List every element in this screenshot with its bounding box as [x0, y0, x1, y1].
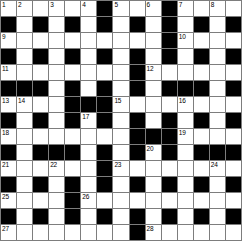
white-cell-r1c1[interactable]: 1	[1, 1, 16, 16]
white-cell-r1c15[interactable]	[226, 1, 241, 16]
white-cell-r9c1[interactable]: 18	[1, 129, 16, 144]
white-cell-r13c12[interactable]	[178, 193, 193, 208]
white-cell-r13c14[interactable]	[210, 193, 225, 208]
black-cell-r14c5	[65, 209, 80, 224]
white-cell-r9c2[interactable]	[17, 129, 32, 144]
white-cell-r5c12[interactable]	[178, 65, 193, 80]
white-cell-r4c8[interactable]	[113, 49, 128, 64]
white-cell-r15c6[interactable]	[81, 225, 96, 240]
white-cell-r9c12[interactable]: 19	[178, 129, 193, 144]
white-cell-r1c14[interactable]: 8	[210, 1, 225, 16]
clue-number-2: 2	[18, 1, 21, 9]
black-cell-r4c7	[97, 49, 112, 64]
white-cell-r15c15[interactable]	[226, 225, 241, 240]
black-cell-r10c14	[210, 145, 225, 160]
white-cell-r14c12[interactable]	[178, 209, 193, 224]
clue-number-24: 24	[211, 161, 218, 169]
white-cell-r12c4[interactable]	[49, 177, 64, 192]
white-cell-r11c12[interactable]	[178, 161, 193, 176]
clue-number-20: 20	[147, 145, 154, 153]
black-cell-r12c15	[226, 177, 241, 192]
black-cell-r14c11	[162, 209, 177, 224]
white-cell-r7c4[interactable]	[49, 97, 64, 112]
black-cell-r6c7	[97, 81, 112, 96]
black-cell-r10c11	[162, 145, 177, 160]
white-cell-r1c5[interactable]	[65, 1, 80, 16]
black-cell-r10c15	[226, 145, 241, 160]
white-cell-r11c11[interactable]	[162, 161, 177, 176]
white-cell-r13c4[interactable]	[49, 193, 64, 208]
black-cell-r2c7	[97, 17, 112, 32]
clue-number-3: 3	[50, 1, 53, 9]
clue-number-17: 17	[82, 113, 89, 121]
white-cell-r9c6[interactable]	[81, 129, 96, 144]
black-cell-r4c15	[226, 49, 241, 64]
white-cell-r11c6[interactable]	[81, 161, 96, 176]
white-cell-r6c14[interactable]	[210, 81, 225, 96]
white-cell-r10c12[interactable]	[178, 145, 193, 160]
white-cell-r6c4[interactable]	[49, 81, 64, 96]
black-cell-r1c7	[97, 1, 112, 16]
white-cell-r7c1[interactable]: 13	[1, 97, 16, 112]
black-cell-r7c6	[81, 97, 96, 112]
white-cell-r7c2[interactable]: 14	[17, 97, 32, 112]
white-cell-r12c6[interactable]	[81, 177, 96, 192]
white-cell-r15c12[interactable]	[178, 225, 193, 240]
white-cell-r6c8[interactable]	[113, 81, 128, 96]
black-cell-r8c7	[97, 113, 112, 128]
clue-number-9: 9	[2, 33, 5, 41]
black-cell-r12c7	[97, 177, 112, 192]
white-cell-r2c2[interactable]	[17, 17, 32, 32]
black-cell-r4c5	[65, 49, 80, 64]
white-cell-r1c3[interactable]	[33, 1, 48, 16]
white-cell-r9c13[interactable]	[194, 129, 209, 144]
white-cell-r12c14[interactable]	[210, 177, 225, 192]
white-cell-r9c14[interactable]	[210, 129, 225, 144]
white-cell-r9c3[interactable]	[33, 129, 48, 144]
black-cell-r8c3	[33, 113, 48, 128]
white-cell-r5c13[interactable]	[194, 65, 209, 80]
black-cell-r8c1	[1, 113, 16, 128]
white-cell-r1c4[interactable]: 3	[49, 1, 64, 16]
clue-number-15: 15	[114, 97, 121, 105]
white-cell-r5c8[interactable]	[113, 65, 128, 80]
black-cell-r14c7	[97, 209, 112, 224]
white-cell-r11c8[interactable]: 23	[113, 161, 128, 176]
white-cell-r5c14[interactable]	[210, 65, 225, 80]
black-cell-r6c13	[194, 81, 209, 96]
white-cell-r13c2[interactable]	[17, 193, 32, 208]
black-cell-r12c1	[1, 177, 16, 192]
clue-number-21: 21	[2, 161, 9, 169]
white-cell-r14c14[interactable]	[210, 209, 225, 224]
black-cell-r2c13	[194, 17, 209, 32]
white-cell-r10c10[interactable]: 20	[146, 145, 161, 160]
white-cell-r4c2[interactable]	[17, 49, 32, 64]
white-cell-r15c3[interactable]	[33, 225, 48, 240]
white-cell-r1c6[interactable]: 4	[81, 1, 96, 16]
white-cell-r14c4[interactable]	[49, 209, 64, 224]
white-cell-r13c15[interactable]	[226, 193, 241, 208]
black-cell-r14c3	[33, 209, 48, 224]
white-cell-r4c12[interactable]	[178, 49, 193, 64]
white-cell-r13c13[interactable]	[194, 193, 209, 208]
black-cell-r4c9	[130, 49, 145, 64]
black-cell-r5c9	[130, 65, 145, 80]
white-cell-r14c10[interactable]	[146, 209, 161, 224]
clue-number-25: 25	[2, 193, 9, 201]
clue-number-18: 18	[2, 129, 9, 137]
white-cell-r4c6[interactable]	[81, 49, 96, 64]
white-cell-r5c7[interactable]	[97, 65, 112, 80]
white-cell-r3c4[interactable]	[49, 33, 64, 48]
black-cell-r7c5	[65, 97, 80, 112]
clue-number-6: 6	[147, 1, 150, 9]
clue-number-14: 14	[18, 97, 25, 105]
white-cell-r13c6[interactable]: 26	[81, 193, 96, 208]
white-cell-r8c14[interactable]	[210, 113, 225, 128]
white-cell-r6c10[interactable]	[146, 81, 161, 96]
white-cell-r7c13[interactable]	[194, 97, 209, 112]
white-cell-r8c4[interactable]	[49, 113, 64, 128]
white-cell-r7c10[interactable]	[146, 97, 161, 112]
white-cell-r15c4[interactable]	[49, 225, 64, 240]
clue-number-5: 5	[114, 1, 117, 9]
black-cell-r8c5	[65, 113, 80, 128]
black-cell-r12c9	[130, 177, 145, 192]
white-cell-r15c14[interactable]	[210, 225, 225, 240]
white-cell-r15c13[interactable]	[194, 225, 209, 240]
black-cell-r6c9	[130, 81, 145, 96]
white-cell-r8c8[interactable]	[113, 113, 128, 128]
black-cell-r8c9	[130, 113, 145, 128]
white-cell-r5c6[interactable]	[81, 65, 96, 80]
white-cell-r8c6[interactable]: 17	[81, 113, 96, 128]
clue-number-8: 8	[211, 1, 214, 9]
white-cell-r7c11[interactable]	[162, 97, 177, 112]
white-cell-r9c5[interactable]	[65, 129, 80, 144]
clue-number-27: 27	[2, 225, 9, 233]
white-cell-r3c10[interactable]	[146, 33, 161, 48]
black-cell-r12c13	[194, 177, 209, 192]
white-cell-r4c14[interactable]	[210, 49, 225, 64]
white-cell-r15c7[interactable]	[97, 225, 112, 240]
black-cell-r14c9	[130, 209, 145, 224]
white-cell-r3c13[interactable]	[194, 33, 209, 48]
black-cell-r10c1	[1, 145, 16, 160]
black-cell-r2c15	[226, 17, 241, 32]
clue-number-19: 19	[179, 129, 186, 137]
black-cell-r4c3	[33, 49, 48, 64]
black-cell-r9c11	[162, 129, 177, 144]
white-cell-r1c13[interactable]	[194, 1, 209, 16]
clue-number-13: 13	[2, 97, 9, 105]
white-cell-r4c10[interactable]	[146, 49, 161, 64]
clue-number-1: 1	[2, 1, 5, 9]
white-cell-r11c14[interactable]: 24	[210, 161, 225, 176]
white-cell-r11c15[interactable]	[226, 161, 241, 176]
white-cell-r13c1[interactable]: 25	[1, 193, 16, 208]
black-cell-r10c7	[97, 145, 112, 160]
white-cell-r11c4[interactable]: 22	[49, 161, 64, 176]
white-cell-r2c14[interactable]	[210, 17, 225, 32]
white-cell-r3c14[interactable]	[210, 33, 225, 48]
black-cell-r14c1	[1, 209, 16, 224]
black-cell-r8c15	[226, 113, 241, 128]
white-cell-r2c4[interactable]	[49, 17, 64, 32]
black-cell-r4c1	[1, 49, 16, 64]
clue-number-16: 16	[179, 97, 186, 105]
white-cell-r14c6[interactable]	[81, 209, 96, 224]
black-cell-r1c11	[162, 1, 177, 16]
white-cell-r7c15[interactable]	[226, 97, 241, 112]
black-cell-r13c5	[65, 193, 80, 208]
white-cell-r11c9[interactable]	[130, 161, 145, 176]
black-cell-r2c11	[162, 17, 177, 32]
clue-number-4: 4	[82, 1, 85, 9]
white-cell-r13c11[interactable]	[162, 193, 177, 208]
black-cell-r2c5	[65, 17, 80, 32]
white-cell-r11c13[interactable]	[194, 161, 209, 176]
clue-number-11: 11	[2, 65, 8, 73]
black-cell-r11c7	[97, 161, 112, 176]
white-cell-r10c8[interactable]	[113, 145, 128, 160]
white-cell-r1c12[interactable]: 7	[178, 1, 193, 16]
white-cell-r12c8[interactable]	[113, 177, 128, 192]
white-cell-r5c3[interactable]	[33, 65, 48, 80]
white-cell-r12c2[interactable]	[17, 177, 32, 192]
white-cell-r13c10[interactable]	[146, 193, 161, 208]
black-cell-r6c1	[1, 81, 16, 96]
black-cell-r10c4	[49, 145, 64, 160]
white-cell-r9c15[interactable]	[226, 129, 241, 144]
black-cell-r10c13	[194, 145, 209, 160]
white-cell-r5c5[interactable]	[65, 65, 80, 80]
black-cell-r6c15	[226, 81, 241, 96]
white-cell-r15c2[interactable]	[17, 225, 32, 240]
crossword-page: 1234567891011121314151617181920212223242…	[0, 0, 242, 241]
white-cell-r7c8[interactable]: 15	[113, 97, 128, 112]
crossword-grid: 1234567891011121314151617181920212223242…	[0, 0, 242, 241]
black-cell-r8c11	[162, 113, 177, 128]
white-cell-r13c9[interactable]	[130, 193, 145, 208]
white-cell-r13c7[interactable]	[97, 193, 112, 208]
white-cell-r6c6[interactable]	[81, 81, 96, 96]
white-cell-r9c7[interactable]	[97, 129, 112, 144]
black-cell-r6c2	[17, 81, 32, 96]
white-cell-r8c2[interactable]	[17, 113, 32, 128]
black-cell-r6c12	[178, 81, 193, 96]
white-cell-r10c2[interactable]	[17, 145, 32, 160]
white-cell-r1c2[interactable]: 2	[17, 1, 32, 16]
black-cell-r10c5	[65, 145, 80, 160]
white-cell-r5c4[interactable]	[49, 65, 64, 80]
white-cell-r2c8[interactable]	[113, 17, 128, 32]
black-cell-r10c3	[33, 145, 48, 160]
white-cell-r3c15[interactable]	[226, 33, 241, 48]
black-cell-r4c11	[162, 49, 177, 64]
clue-number-12: 12	[147, 65, 154, 73]
white-cell-r3c12[interactable]: 10	[178, 33, 193, 48]
white-cell-r15c8[interactable]	[113, 225, 128, 240]
white-cell-r13c3[interactable]	[33, 193, 48, 208]
white-cell-r7c12[interactable]: 16	[178, 97, 193, 112]
clue-number-28: 28	[147, 225, 154, 233]
black-cell-r14c15	[226, 209, 241, 224]
black-cell-r6c3	[33, 81, 48, 96]
clue-number-22: 22	[50, 161, 57, 169]
white-cell-r14c8[interactable]	[113, 209, 128, 224]
white-cell-r7c14[interactable]	[210, 97, 225, 112]
white-cell-r15c5[interactable]	[65, 225, 80, 240]
black-cell-r12c11	[162, 177, 177, 192]
white-cell-r2c6[interactable]	[81, 17, 96, 32]
white-cell-r5c2[interactable]	[17, 65, 32, 80]
white-cell-r7c9[interactable]	[130, 97, 145, 112]
white-cell-r9c4[interactable]	[49, 129, 64, 144]
white-cell-r1c9[interactable]	[130, 1, 145, 16]
white-cell-r3c3[interactable]	[33, 33, 48, 48]
black-cell-r12c3	[33, 177, 48, 192]
white-cell-r2c10[interactable]	[146, 17, 161, 32]
black-cell-r15c9	[130, 225, 145, 240]
white-cell-r9c8[interactable]	[113, 129, 128, 144]
clue-number-23: 23	[114, 161, 121, 169]
white-cell-r14c2[interactable]	[17, 209, 32, 224]
white-cell-r11c10[interactable]	[146, 161, 161, 176]
white-cell-r3c5[interactable]	[65, 33, 80, 48]
white-cell-r8c10[interactable]	[146, 113, 161, 128]
clue-number-10: 10	[179, 33, 186, 41]
white-cell-r3c2[interactable]	[17, 33, 32, 48]
white-cell-r3c8[interactable]	[113, 33, 128, 48]
white-cell-r5c10[interactable]: 12	[146, 65, 161, 80]
white-cell-r15c10[interactable]: 28	[146, 225, 161, 240]
clue-number-7: 7	[179, 1, 182, 9]
white-cell-r10c6[interactable]	[81, 145, 96, 160]
black-cell-r12c5	[65, 177, 80, 192]
white-cell-r2c12[interactable]	[178, 17, 193, 32]
black-cell-r6c5	[65, 81, 80, 96]
black-cell-r10c9	[130, 145, 145, 160]
white-cell-r5c1[interactable]: 11	[1, 65, 16, 80]
white-cell-r11c5[interactable]	[65, 161, 80, 176]
black-cell-r9c10	[146, 129, 161, 144]
white-cell-r11c2[interactable]	[17, 161, 32, 176]
white-cell-r3c6[interactable]	[81, 33, 96, 48]
white-cell-r15c1[interactable]: 27	[1, 225, 16, 240]
white-cell-r7c3[interactable]	[33, 97, 48, 112]
black-cell-r2c9	[130, 17, 145, 32]
black-cell-r7c7	[97, 97, 112, 112]
white-cell-r8c12[interactable]	[178, 113, 193, 128]
black-cell-r3c11	[162, 33, 177, 48]
white-cell-r1c8[interactable]: 5	[113, 1, 128, 16]
white-cell-r11c3[interactable]	[33, 161, 48, 176]
white-cell-r5c15[interactable]	[226, 65, 241, 80]
black-cell-r9c9	[130, 129, 145, 144]
black-cell-r2c1	[1, 17, 16, 32]
black-cell-r6c11	[162, 81, 177, 96]
clue-number-26: 26	[82, 193, 89, 201]
black-cell-r4c13	[194, 49, 209, 64]
white-cell-r3c1[interactable]: 9	[1, 33, 16, 48]
black-cell-r14c13	[194, 209, 209, 224]
white-cell-r4c4[interactable]	[49, 49, 64, 64]
white-cell-r12c12[interactable]	[178, 177, 193, 192]
black-cell-r8c13	[194, 113, 209, 128]
white-cell-r12c10[interactable]	[146, 177, 161, 192]
white-cell-r3c9[interactable]	[130, 33, 145, 48]
white-cell-r5c11[interactable]	[162, 65, 177, 80]
black-cell-r2c3	[33, 17, 48, 32]
white-cell-r11c1[interactable]: 21	[1, 161, 16, 176]
white-cell-r3c7[interactable]	[97, 33, 112, 48]
white-cell-r15c11[interactable]	[162, 225, 177, 240]
white-cell-r1c10[interactable]: 6	[146, 1, 161, 16]
white-cell-r13c8[interactable]	[113, 193, 128, 208]
